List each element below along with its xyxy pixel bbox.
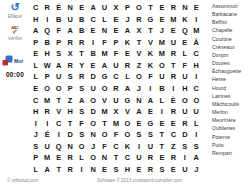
grid-cell[interactable]: T: [156, 129, 167, 141]
grid-cell[interactable]: U: [191, 106, 202, 118]
grid-cell[interactable]: H: [30, 106, 41, 118]
grid-cell[interactable]: G: [145, 117, 156, 129]
grid-cell[interactable]: C: [53, 117, 64, 129]
grid-cell[interactable]: V: [145, 37, 156, 49]
grid-cell[interactable]: R: [168, 2, 179, 14]
grid-cell[interactable]: S: [76, 106, 87, 118]
grid-cell[interactable]: N: [99, 25, 110, 37]
grid-cell[interactable]: O: [133, 71, 144, 83]
grid-cell[interactable]: O: [99, 129, 110, 141]
grid-cell[interactable]: B: [76, 14, 87, 26]
grid-cell[interactable]: E: [168, 117, 179, 129]
grid-cell[interactable]: U: [110, 94, 121, 106]
grid-cell[interactable]: E: [133, 163, 144, 175]
grid-cell[interactable]: O: [87, 117, 98, 129]
grid-cell[interactable]: J: [191, 163, 202, 175]
grid-cell[interactable]: C: [87, 14, 98, 26]
grid-cell[interactable]: X: [110, 2, 121, 14]
grid-cell[interactable]: E: [168, 163, 179, 175]
grid-cell[interactable]: I: [156, 106, 167, 118]
word-list-item[interactable]: Barbacane: [212, 10, 249, 18]
grid-cell[interactable]: R: [122, 60, 133, 72]
grid-cell[interactable]: J: [30, 129, 41, 141]
grid-cell[interactable]: E: [168, 25, 179, 37]
grid-cell[interactable]: E: [156, 117, 167, 129]
grid-cell[interactable]: T: [156, 140, 167, 152]
grid-cell[interactable]: D: [87, 71, 98, 83]
grid-cell[interactable]: É: [41, 129, 52, 141]
grid-cell[interactable]: H: [30, 14, 41, 26]
grid-cell[interactable]: H: [64, 106, 75, 118]
grid-cell[interactable]: P: [64, 83, 75, 95]
grid-cell[interactable]: G: [99, 71, 110, 83]
grid-cell[interactable]: O: [179, 94, 190, 106]
grid-cell[interactable]: N: [99, 152, 110, 164]
word-list-item[interactable]: Mâchicoulis: [212, 100, 249, 108]
grid-cell[interactable]: I: [41, 117, 52, 129]
grid-cell[interactable]: A: [87, 2, 98, 14]
grid-cell[interactable]: F: [110, 48, 121, 60]
grid-cell[interactable]: T: [133, 37, 144, 49]
word-list-item[interactable]: Échauguette: [212, 67, 249, 75]
word-list-item[interactable]: Créneaux: [212, 43, 249, 51]
grid-cell[interactable]: Q: [53, 140, 64, 152]
word-list-item[interactable]: Merlon: [212, 108, 249, 116]
grid-cell[interactable]: U: [110, 60, 121, 72]
grid-cell[interactable]: L: [30, 60, 41, 72]
grid-cell[interactable]: L: [30, 71, 41, 83]
grid-cell[interactable]: M: [41, 94, 52, 106]
word-list-item[interactable]: Puits: [212, 141, 249, 149]
grid-cell[interactable]: S: [145, 129, 156, 141]
grid-cell[interactable]: U: [145, 140, 156, 152]
grid-cell[interactable]: E: [110, 14, 121, 26]
grid-cell[interactable]: P: [110, 37, 121, 49]
grid-cell[interactable]: T: [99, 117, 110, 129]
grid-cell[interactable]: K: [122, 37, 133, 49]
grid-cell[interactable]: F: [145, 71, 156, 83]
grid-cell[interactable]: I: [53, 129, 64, 141]
grid-cell[interactable]: R: [76, 71, 87, 83]
grid-cell[interactable]: E: [156, 152, 167, 164]
grid-cell[interactable]: N: [179, 2, 190, 14]
grid-cell[interactable]: E: [145, 106, 156, 118]
grid-cell[interactable]: S: [110, 163, 121, 175]
grid-cell[interactable]: E: [30, 48, 41, 60]
grid-cell[interactable]: O: [191, 94, 202, 106]
grid-cell[interactable]: M: [41, 152, 52, 164]
word-list-item[interactable]: Douves: [212, 59, 249, 67]
grid-cell[interactable]: F: [99, 37, 110, 49]
grid-cell[interactable]: T: [110, 152, 121, 164]
grid-cell[interactable]: L: [99, 14, 110, 26]
grid-cell[interactable]: U: [64, 14, 75, 26]
word-list-item[interactable]: Meurtrière: [212, 116, 249, 124]
grid-cell[interactable]: J: [133, 83, 144, 95]
grid-cell[interactable]: A: [53, 60, 64, 72]
word-list-item[interactable]: Assommoir: [212, 2, 249, 10]
grid-cell[interactable]: X: [133, 25, 144, 37]
grid-cell[interactable]: E: [133, 117, 144, 129]
undo-icon: ↺: [10, 2, 19, 13]
grid-cell[interactable]: J: [122, 14, 133, 26]
grid-cell[interactable]: C: [110, 140, 121, 152]
grid-cell[interactable]: P: [41, 71, 52, 83]
word-list-item[interactable]: Hourd: [212, 84, 249, 92]
grid-cell[interactable]: I: [168, 83, 179, 95]
grid-cell[interactable]: I: [191, 129, 202, 141]
grid-cell[interactable]: K: [145, 48, 156, 60]
grid-cell[interactable]: M: [168, 14, 179, 26]
grid-cell[interactable]: M: [191, 25, 202, 37]
grid-cell[interactable]: O: [76, 140, 87, 152]
grid-cell[interactable]: S: [179, 140, 190, 152]
grid-cell[interactable]: Z: [133, 60, 144, 72]
grid-cell[interactable]: V: [99, 94, 110, 106]
grid-cell[interactable]: X: [110, 106, 121, 118]
grid-cell[interactable]: G: [145, 14, 156, 26]
grid-cell[interactable]: P: [122, 2, 133, 14]
grid-cell[interactable]: L: [30, 163, 41, 175]
grid-cell[interactable]: F: [110, 129, 121, 141]
grid-cell[interactable]: N: [87, 129, 98, 141]
grid-cell[interactable]: U: [87, 83, 98, 95]
grid-cell[interactable]: A: [41, 163, 52, 175]
grid-cell[interactable]: I: [191, 71, 202, 83]
grid-cell[interactable]: I: [191, 14, 202, 26]
grid-cell[interactable]: A: [64, 25, 75, 37]
grid-cell[interactable]: C: [30, 94, 41, 106]
grid-cell[interactable]: V: [122, 106, 133, 118]
grid-cell[interactable]: E: [156, 2, 167, 14]
grid-cell[interactable]: A: [76, 94, 87, 106]
grid-cell[interactable]: H: [122, 163, 133, 175]
site-credit: © ortholud.com: [7, 178, 38, 183]
verify-button[interactable]: ABC ✔ Vérifier: [0, 26, 30, 41]
grid-cell[interactable]: B: [53, 14, 64, 26]
grid-cell[interactable]: T: [64, 117, 75, 129]
word-list-item[interactable]: Chapelle: [212, 26, 249, 34]
grid-cell[interactable]: S: [133, 129, 144, 141]
software-credit: Software © 2013 crossword-compiler.com: [97, 178, 182, 183]
dice-icon: [2, 55, 13, 66]
grid-cell[interactable]: O: [122, 129, 133, 141]
grid-cell[interactable]: B: [41, 37, 52, 49]
grid-cell[interactable]: D: [64, 129, 75, 141]
grid-cell[interactable]: D: [87, 106, 98, 118]
grid-cell[interactable]: K: [179, 14, 190, 26]
grid-cell[interactable]: E: [87, 25, 98, 37]
grid-cell[interactable]: I: [76, 163, 87, 175]
grid-cell[interactable]: H: [191, 60, 202, 72]
grid-cell[interactable]: M: [156, 37, 167, 49]
grid-cell[interactable]: B: [76, 25, 87, 37]
word-list-item[interactable]: Oubliettes: [212, 124, 249, 132]
grid-cell[interactable]: Q: [179, 25, 190, 37]
grid-cell[interactable]: D: [179, 129, 190, 141]
grid-cell[interactable]: I: [30, 117, 41, 129]
grid-cell[interactable]: P: [30, 37, 41, 49]
grid-cell[interactable]: O: [99, 83, 110, 95]
grid-cell[interactable]: W: [41, 60, 52, 72]
grid-cell[interactable]: R: [179, 117, 190, 129]
reveal-word-button[interactable]: Mot: [2, 55, 23, 66]
grid-cell[interactable]: R: [168, 48, 179, 60]
grid-cell[interactable]: P: [53, 37, 64, 49]
grid-cell[interactable]: M: [99, 48, 110, 60]
grid-cell[interactable]: L: [122, 71, 133, 83]
checkmark-icon: ✔: [12, 29, 18, 35]
grid-cell[interactable]: O: [156, 60, 167, 72]
grid-cell[interactable]: P: [30, 152, 41, 164]
grid-cell[interactable]: U: [99, 2, 110, 14]
grid-cell[interactable]: F: [179, 60, 190, 72]
grid-cell[interactable]: S: [30, 140, 41, 152]
grid-cell[interactable]: O: [53, 83, 64, 95]
grid-cell[interactable]: O: [41, 83, 52, 95]
toolbar: ↺ Effacer ABC ✔ Vérifier Mot 00:00: [0, 0, 30, 188]
grid-cell[interactable]: É: [53, 2, 64, 14]
grid-cell[interactable]: A: [133, 106, 144, 118]
grid-cell[interactable]: T: [53, 163, 64, 175]
word-list-item[interactable]: Latrines: [212, 92, 249, 100]
grid-cell[interactable]: Y: [76, 60, 87, 72]
erase-button-label: Effacer: [8, 14, 22, 19]
grid-cell[interactable]: I: [179, 152, 190, 164]
word-list-item[interactable]: Rempart: [212, 149, 249, 157]
word-list-item[interactable]: Herse: [212, 75, 249, 83]
grid-cell[interactable]: R: [133, 14, 144, 26]
grid-cell[interactable]: B: [156, 83, 167, 95]
grid-cell[interactable]: E: [122, 48, 133, 60]
grid-cell[interactable]: O: [133, 2, 144, 14]
grid-cell[interactable]: E: [87, 60, 98, 72]
grid-cell[interactable]: I: [87, 37, 98, 49]
grid-cell[interactable]: C: [191, 48, 202, 60]
grid-cell[interactable]: E: [191, 2, 202, 14]
grid-cell[interactable]: R: [145, 163, 156, 175]
grid-cell[interactable]: R: [64, 60, 75, 72]
grid-cell[interactable]: T: [145, 2, 156, 14]
grid-cell[interactable]: C: [30, 2, 41, 14]
timer: 00:00: [0, 71, 30, 78]
grid-cell[interactable]: J: [156, 25, 167, 37]
grid-cell[interactable]: G: [122, 94, 133, 106]
grid-cell[interactable]: R: [64, 37, 75, 49]
grid-cell[interactable]: I: [41, 14, 52, 26]
grid-cell[interactable]: E: [30, 83, 41, 95]
grid-cell[interactable]: R: [64, 163, 75, 175]
grid-cell[interactable]: L: [191, 117, 202, 129]
grid-cell[interactable]: J: [87, 140, 98, 152]
grid-cell[interactable]: M: [156, 48, 167, 60]
grid-cell[interactable]: S: [53, 48, 64, 60]
grid-cell[interactable]: B: [87, 48, 98, 60]
grid-cell[interactable]: R: [76, 37, 87, 49]
grid-cell[interactable]: R: [110, 83, 121, 95]
grid-cell[interactable]: U: [179, 106, 190, 118]
grid-cell[interactable]: N: [64, 140, 75, 152]
grid-cell[interactable]: F: [99, 140, 110, 152]
grid-cell[interactable]: A: [30, 25, 41, 37]
grid-cell[interactable]: U: [53, 71, 64, 83]
grid-cell[interactable]: I: [145, 83, 156, 95]
grid-cell[interactable]: R: [41, 106, 52, 118]
grid-cell[interactable]: E: [99, 163, 110, 175]
grid-cell[interactable]: T: [145, 25, 156, 37]
reveal-word-label: Mot: [14, 58, 23, 64]
grid-cell[interactable]: T: [168, 60, 179, 72]
grid-cell[interactable]: T: [53, 94, 64, 106]
grid-cell[interactable]: Z: [64, 94, 75, 106]
verify-button-label: Vérifier: [8, 36, 23, 41]
word-list-item[interactable]: Donjon: [212, 51, 249, 59]
grid-cell[interactable]: A: [122, 83, 133, 95]
grid-cell[interactable]: V: [133, 48, 144, 60]
grid-cell[interactable]: H: [41, 48, 52, 60]
grid-cell[interactable]: C: [110, 71, 121, 83]
grid-cell[interactable]: N: [64, 2, 75, 14]
grid-cell[interactable]: R: [41, 2, 52, 14]
grid-cell[interactable]: C: [122, 152, 133, 164]
grid-cell[interactable]: R: [168, 152, 179, 164]
grid-cell[interactable]: R: [168, 106, 179, 118]
grid-cell[interactable]: S: [191, 140, 202, 152]
grid-cell[interactable]: C: [191, 83, 202, 95]
grid-cell[interactable]: I: [133, 140, 144, 152]
grid-cell[interactable]: E: [156, 14, 167, 26]
grid-cell[interactable]: Â: [191, 37, 202, 49]
grid-cell[interactable]: T: [76, 48, 87, 60]
grid-cell[interactable]: R: [145, 152, 156, 164]
word-list-item[interactable]: Beffroi: [212, 18, 249, 26]
grid-cell[interactable]: U: [179, 163, 190, 175]
grid-cell[interactable]: N: [133, 94, 144, 106]
grid-cell[interactable]: A: [99, 60, 110, 72]
grid-cell[interactable]: A: [191, 152, 202, 164]
grid-cell[interactable]: S: [76, 83, 87, 95]
grid-cell[interactable]: E: [76, 2, 87, 14]
grid-cell[interactable]: O: [122, 117, 133, 129]
grid-cell[interactable]: E: [110, 25, 121, 37]
grid-cell[interactable]: Q: [41, 25, 52, 37]
grid-cell[interactable]: M: [99, 106, 110, 118]
grid-cell[interactable]: O: [87, 152, 98, 164]
grid-cell[interactable]: V: [53, 106, 64, 118]
grid-cell[interactable]: R: [168, 71, 179, 83]
grid-cell[interactable]: X: [64, 48, 75, 60]
grid-cell[interactable]: K: [145, 60, 156, 72]
grid-cell[interactable]: S: [76, 129, 87, 141]
grid-cell[interactable]: C: [168, 129, 179, 141]
word-list-item[interactable]: Courtine: [212, 35, 249, 43]
grid-cell[interactable]: F: [76, 117, 87, 129]
grid-cell[interactable]: È: [168, 94, 179, 106]
grid-cell[interactable]: O: [87, 94, 98, 106]
grid-cell[interactable]: E: [179, 37, 190, 49]
word-list: AssommoirBarbacaneBeffroiChapelleCourtin…: [212, 2, 249, 157]
grid-cell[interactable]: A: [122, 25, 133, 37]
grid-cell[interactable]: N: [87, 163, 98, 175]
grid-cell[interactable]: M: [110, 117, 121, 129]
grid-cell[interactable]: L: [156, 94, 167, 106]
grid-cell[interactable]: U: [156, 71, 167, 83]
word-list-item[interactable]: Poterne: [212, 133, 249, 141]
word-search-grid: CRÉNEAUXPOTERNEHIBUBCLEJRGEMKIAQFABENEAX…: [30, 2, 202, 175]
erase-button[interactable]: ↺ Effacer: [0, 2, 30, 19]
grid-cell[interactable]: L: [76, 152, 87, 164]
grid-cell[interactable]: F: [53, 25, 64, 37]
grid-cell[interactable]: S: [156, 163, 167, 175]
grid-cell[interactable]: U: [179, 71, 190, 83]
grid-cell[interactable]: U: [168, 37, 179, 49]
grid-cell[interactable]: H: [179, 83, 190, 95]
grid-cell[interactable]: S: [64, 71, 75, 83]
grid-cell[interactable]: L: [179, 48, 190, 60]
grid-cell[interactable]: K: [122, 140, 133, 152]
grid-cell[interactable]: A: [145, 94, 156, 106]
grid-cell[interactable]: U: [41, 140, 52, 152]
grid-cell[interactable]: U: [133, 152, 144, 164]
word-search-app: ↺ Effacer ABC ✔ Vérifier Mot 00:00 CRÉNE…: [0, 0, 250, 188]
grid-cell[interactable]: Z: [168, 140, 179, 152]
grid-cell[interactable]: E: [53, 152, 64, 164]
grid-cell[interactable]: R: [64, 152, 75, 164]
